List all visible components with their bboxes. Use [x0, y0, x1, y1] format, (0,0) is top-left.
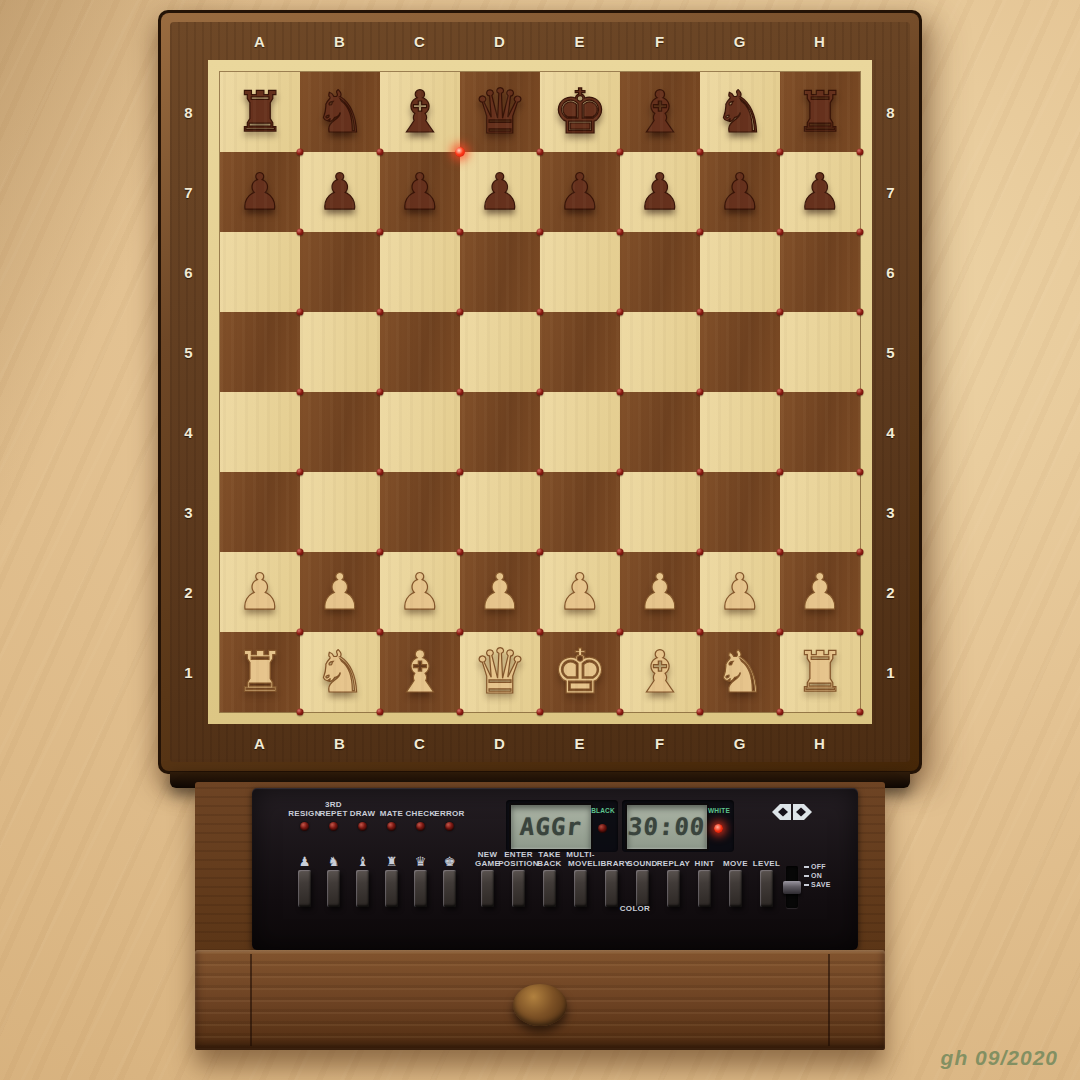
key-hint[interactable]: [698, 870, 711, 907]
white-clock-lcd: 30:00: [625, 803, 709, 851]
square-c4[interactable]: [380, 392, 460, 472]
square-b8[interactable]: ♞: [300, 72, 380, 152]
status-led-check: [416, 822, 425, 831]
square-e2[interactable]: ♟: [540, 552, 620, 632]
key-label-level: LEVEL: [753, 859, 780, 868]
key-move[interactable]: [729, 870, 742, 907]
brand-logo: [772, 802, 812, 822]
square-f2[interactable]: ♟: [620, 552, 700, 632]
square-a4[interactable]: [220, 392, 300, 472]
square-e6[interactable]: [540, 232, 620, 312]
square-d7[interactable]: ♟: [460, 152, 540, 232]
file-label-top-E: E: [574, 33, 585, 50]
file-label-bottom-B: B: [334, 735, 346, 752]
key-rook[interactable]: [385, 870, 398, 907]
square-a5[interactable]: [220, 312, 300, 392]
square-c5[interactable]: [380, 312, 460, 392]
square-c3[interactable]: [380, 472, 460, 552]
square-c1[interactable]: ♝: [380, 632, 460, 712]
rank-label-left-2: 2: [184, 584, 193, 601]
key-enter-position[interactable]: [512, 870, 525, 907]
switch-tick: [804, 884, 809, 886]
square-g2[interactable]: ♟: [700, 552, 780, 632]
status-led-row: RESIGN3RD REPETDRAWMATECHECKERROR: [290, 798, 464, 831]
rank-label-left-1: 1: [184, 664, 193, 681]
status-led-error: [445, 822, 454, 831]
square-d5[interactable]: [460, 312, 540, 392]
key-level[interactable]: [760, 870, 773, 907]
black-pawn-b7[interactable]: ♟: [318, 167, 363, 217]
rank-label-right-2: 2: [886, 584, 895, 601]
square-g5[interactable]: [700, 312, 780, 392]
status-led-resign: [300, 822, 309, 831]
file-label-bottom-D: D: [494, 735, 506, 752]
rank-label-right-7: 7: [886, 184, 895, 201]
black-rook-h8[interactable]: ♜: [795, 84, 845, 140]
black-pawn-a7[interactable]: ♟: [238, 167, 283, 217]
white-pawn-c2[interactable]: ♟: [398, 567, 443, 617]
black-bishop-f8[interactable]: ♝: [634, 83, 686, 141]
black-clock-label: BLACK: [591, 807, 615, 814]
square-h3[interactable]: [780, 472, 860, 552]
status-label-error: ERROR: [434, 809, 464, 818]
square-h4[interactable]: [780, 392, 860, 472]
bishop-key-icon: ♝: [357, 855, 369, 868]
square-h1[interactable]: ♜: [780, 632, 860, 712]
square-g7[interactable]: ♟: [700, 152, 780, 232]
rank-label-left-6: 6: [184, 264, 193, 281]
watermark: gh 09/2020: [941, 1046, 1058, 1070]
black-turn-led: [598, 824, 607, 833]
rank-label-left-4: 4: [184, 424, 193, 441]
white-king-e1[interactable]: ♚: [552, 641, 608, 703]
square-e7[interactable]: ♟: [540, 152, 620, 232]
drawer-seam: [250, 954, 252, 1046]
key-take-back[interactable]: [543, 870, 556, 907]
key-queen[interactable]: [414, 870, 427, 907]
control-panel: RESIGN3RD REPETDRAWMATECHECKERROR AGGr B…: [252, 788, 858, 950]
rank-label-right-6: 6: [886, 264, 895, 281]
white-pawn-f2[interactable]: ♟: [638, 567, 683, 617]
square-e4[interactable]: [540, 392, 620, 472]
white-bishop-c1[interactable]: ♝: [394, 643, 446, 701]
square-e8[interactable]: ♚: [540, 72, 620, 152]
file-label-bottom-A: A: [254, 735, 266, 752]
square-a6[interactable]: [220, 232, 300, 312]
file-label-top-C: C: [414, 33, 426, 50]
color-key-label: COLOR: [590, 904, 680, 913]
square-b4[interactable]: [300, 392, 380, 472]
switch-label-off: OFF: [811, 863, 826, 870]
queen-key-icon: ♛: [415, 855, 427, 868]
square-g8[interactable]: ♞: [700, 72, 780, 152]
key-pawn[interactable]: [298, 870, 311, 907]
rook-key-icon: ♜: [386, 855, 398, 868]
square-a7[interactable]: ♟: [220, 152, 300, 232]
square-d6[interactable]: [460, 232, 540, 312]
white-pawn-d2[interactable]: ♟: [478, 567, 523, 617]
status-led-draw: [358, 822, 367, 831]
square-f6[interactable]: [620, 232, 700, 312]
white-rook-a1[interactable]: ♜: [235, 644, 285, 700]
black-pawn-f7[interactable]: ♟: [638, 167, 683, 217]
drawer-seam: [828, 954, 830, 1046]
file-label-bottom-H: H: [814, 735, 826, 752]
rank-label-right-3: 3: [886, 504, 895, 521]
knight-key-icon: ♞: [328, 855, 340, 868]
square-f7[interactable]: ♟: [620, 152, 700, 232]
key-library[interactable]: [605, 870, 618, 907]
rank-label-right-1: 1: [886, 664, 895, 681]
rank-label-right-5: 5: [886, 344, 895, 361]
chess-board[interactable]: ♜♞♝♛♚♝♞♜♟♟♟♟♟♟♟♟♟♟♟♟♟♟♟♟♜♞♝♛♚♝♞♜: [220, 72, 860, 712]
status-led-3rd-repet: [329, 822, 338, 831]
key-knight[interactable]: [327, 870, 340, 907]
square-f4[interactable]: [620, 392, 700, 472]
square-c2[interactable]: ♟: [380, 552, 460, 632]
rank-label-left-8: 8: [184, 104, 193, 121]
switch-tick: [804, 866, 809, 868]
key-multi-move[interactable]: [574, 870, 587, 907]
square-a1[interactable]: ♜: [220, 632, 300, 712]
square-h2[interactable]: ♟: [780, 552, 860, 632]
square-f1[interactable]: ♝: [620, 632, 700, 712]
square-d3[interactable]: [460, 472, 540, 552]
square-a2[interactable]: ♟: [220, 552, 300, 632]
square-b3[interactable]: [300, 472, 380, 552]
white-clock-label: WHITE: [707, 807, 731, 814]
square-b5[interactable]: [300, 312, 380, 392]
square-d4[interactable]: [460, 392, 540, 472]
switch-label-on: ON: [811, 872, 822, 879]
white-pawn-e2[interactable]: ♟: [558, 567, 603, 617]
key-king[interactable]: [443, 870, 456, 907]
black-clock-display: AGGr BLACK: [506, 800, 618, 852]
key-replay[interactable]: [667, 870, 680, 907]
rank-label-left-5: 5: [184, 344, 193, 361]
white-bishop-f1[interactable]: ♝: [634, 643, 686, 701]
square-b2[interactable]: ♟: [300, 552, 380, 632]
chess-board-case: ♜♞♝♛♚♝♞♜♟♟♟♟♟♟♟♟♟♟♟♟♟♟♟♟♜♞♝♛♚♝♞♜ AABBCCD…: [158, 10, 922, 774]
square-h7[interactable]: ♟: [780, 152, 860, 232]
black-pawn-g7[interactable]: ♟: [718, 167, 763, 217]
switch-label-save: SAVE: [811, 881, 831, 888]
key-label-hint: HINT: [695, 859, 715, 868]
square-a3[interactable]: [220, 472, 300, 552]
file-label-top-D: D: [494, 33, 506, 50]
square-d8[interactable]: ♛: [460, 72, 540, 152]
rank-label-left-3: 3: [184, 504, 193, 521]
square-a8[interactable]: ♜: [220, 72, 300, 152]
file-label-top-F: F: [655, 33, 665, 50]
file-label-top-A: A: [254, 33, 266, 50]
file-label-bottom-G: G: [734, 735, 747, 752]
black-queen-d8[interactable]: ♛: [472, 81, 528, 143]
white-rook-h1[interactable]: ♜: [795, 644, 845, 700]
black-clock-lcd: AGGr: [509, 803, 593, 851]
square-b6[interactable]: [300, 232, 380, 312]
white-pawn-a2[interactable]: ♟: [238, 567, 283, 617]
square-e3[interactable]: [540, 472, 620, 552]
white-turn-led: [714, 824, 723, 833]
square-d2[interactable]: ♟: [460, 552, 540, 632]
white-clock-value: 30:00: [627, 813, 707, 841]
square-h6[interactable]: [780, 232, 860, 312]
file-label-top-G: G: [734, 33, 747, 50]
power-switch[interactable]: [786, 866, 798, 908]
square-g6[interactable]: [700, 232, 780, 312]
black-pawn-e7[interactable]: ♟: [558, 167, 603, 217]
rank-label-right-4: 4: [886, 424, 895, 441]
black-pawn-h7[interactable]: ♟: [798, 167, 843, 217]
pawn-key-icon: ♟: [299, 855, 311, 868]
square-f3[interactable]: [620, 472, 700, 552]
square-g3[interactable]: [700, 472, 780, 552]
black-king-e8[interactable]: ♚: [552, 81, 608, 143]
black-pawn-c7[interactable]: ♟: [398, 167, 443, 217]
square-c7[interactable]: ♟: [380, 152, 460, 232]
white-knight-g1[interactable]: ♞: [714, 643, 766, 701]
key-new-game[interactable]: [481, 870, 494, 907]
file-label-bottom-E: E: [574, 735, 585, 752]
black-knight-g8[interactable]: ♞: [714, 83, 766, 141]
white-pawn-g2[interactable]: ♟: [718, 567, 763, 617]
power-switch-knob[interactable]: [783, 881, 801, 894]
square-b7[interactable]: ♟: [300, 152, 380, 232]
square-c8[interactable]: ♝: [380, 72, 460, 152]
square-b1[interactable]: ♞: [300, 632, 380, 712]
black-bishop-c8[interactable]: ♝: [394, 83, 446, 141]
square-d1[interactable]: ♛: [460, 632, 540, 712]
file-label-bottom-C: C: [414, 735, 426, 752]
white-knight-b1[interactable]: ♞: [314, 643, 366, 701]
square-f8[interactable]: ♝: [620, 72, 700, 152]
key-sound[interactable]: [636, 870, 649, 907]
power-switch-labels: OFFONSAVE: [804, 862, 831, 889]
switch-tick: [804, 875, 809, 877]
square-c6[interactable]: [380, 232, 460, 312]
square-e5[interactable]: [540, 312, 620, 392]
white-queen-d1[interactable]: ♛: [472, 641, 528, 703]
control-drawer: RESIGN3RD REPETDRAWMATECHECKERROR AGGr B…: [195, 782, 885, 1050]
square-h5[interactable]: [780, 312, 860, 392]
square-e1[interactable]: ♚: [540, 632, 620, 712]
square-g1[interactable]: ♞: [700, 632, 780, 712]
square-h8[interactable]: ♜: [780, 72, 860, 152]
rank-label-right-8: 8: [886, 104, 895, 121]
square-f5[interactable]: [620, 312, 700, 392]
drawer-front: [195, 950, 885, 1050]
file-label-bottom-F: F: [655, 735, 665, 752]
white-pawn-h2[interactable]: ♟: [798, 567, 843, 617]
file-label-top-H: H: [814, 33, 826, 50]
status-error: ERROR: [435, 798, 464, 831]
file-label-top-B: B: [334, 33, 346, 50]
black-clock-value: AGGr: [519, 813, 583, 841]
black-rook-a8[interactable]: ♜: [235, 84, 285, 140]
drawer-knob[interactable]: [513, 984, 567, 1026]
king-key-icon: ♚: [444, 855, 456, 868]
rank-label-left-7: 7: [184, 184, 193, 201]
white-clock-display: 30:00 WHITE: [622, 800, 734, 852]
black-knight-b8[interactable]: ♞: [314, 83, 366, 141]
status-led-mate: [387, 822, 396, 831]
function-keys-row: ♟♞♝♜♛♚NEW GAMEENTER POSITIONTAKE BACKMUL…: [290, 848, 782, 907]
key-bishop[interactable]: [356, 870, 369, 907]
black-pawn-d7[interactable]: ♟: [478, 167, 523, 217]
white-pawn-b2[interactable]: ♟: [318, 567, 363, 617]
square-g4[interactable]: [700, 392, 780, 472]
